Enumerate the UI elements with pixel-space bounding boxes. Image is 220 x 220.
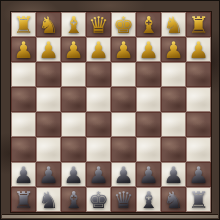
square-c2[interactable]: ♟	[61, 162, 86, 187]
square-h4[interactable]	[186, 112, 211, 137]
square-b4[interactable]	[36, 112, 61, 137]
square-e2[interactable]: ♟	[111, 162, 136, 187]
square-c5[interactable]	[61, 87, 86, 112]
square-d7[interactable]: ♟	[86, 37, 111, 62]
square-h6[interactable]	[186, 62, 211, 87]
square-c4[interactable]	[61, 112, 86, 137]
square-b5[interactable]	[36, 87, 61, 112]
square-a1[interactable]: ♜	[11, 187, 36, 212]
square-f1[interactable]: ♝	[136, 187, 161, 212]
silver-pawn-icon: ♟	[36, 162, 61, 187]
gold-pawn-icon: ♟	[61, 37, 86, 62]
square-c6[interactable]	[61, 62, 86, 87]
square-f6[interactable]	[136, 62, 161, 87]
square-g3[interactable]	[161, 137, 186, 162]
square-e7[interactable]: ♟	[111, 37, 136, 62]
square-d6[interactable]	[86, 62, 111, 87]
square-b7[interactable]: ♟	[36, 37, 61, 62]
square-h1[interactable]: ♜	[186, 187, 211, 212]
gold-pawn-icon: ♟	[186, 37, 211, 62]
square-f5[interactable]	[136, 87, 161, 112]
square-g1[interactable]: ♞	[161, 187, 186, 212]
square-e6[interactable]	[111, 62, 136, 87]
square-d5[interactable]	[86, 87, 111, 112]
square-h3[interactable]	[186, 137, 211, 162]
gold-pawn-icon: ♟	[11, 37, 36, 62]
gold-rook-icon: ♜	[11, 12, 36, 37]
square-g8[interactable]: ♞	[161, 12, 186, 37]
square-h7[interactable]: ♟	[186, 37, 211, 62]
square-c3[interactable]	[61, 137, 86, 162]
square-a4[interactable]	[11, 112, 36, 137]
square-a6[interactable]	[11, 62, 36, 87]
square-b6[interactable]	[36, 62, 61, 87]
square-d8[interactable]: ♛	[86, 12, 111, 37]
square-a2[interactable]: ♟	[11, 162, 36, 187]
silver-knight-icon: ♞	[36, 187, 61, 212]
square-e4[interactable]	[111, 112, 136, 137]
square-e1[interactable]: ♛	[111, 187, 136, 212]
gold-pawn-icon: ♟	[36, 37, 61, 62]
square-b1[interactable]: ♞	[36, 187, 61, 212]
silver-pawn-icon: ♟	[86, 162, 111, 187]
square-c1[interactable]: ♝	[61, 187, 86, 212]
square-e8[interactable]: ♚	[111, 12, 136, 37]
silver-pawn-icon: ♟	[161, 162, 186, 187]
silver-pawn-icon: ♟	[61, 162, 86, 187]
square-c7[interactable]: ♟	[61, 37, 86, 62]
gold-bishop-icon: ♝	[61, 12, 86, 37]
square-h8[interactable]: ♜	[186, 12, 211, 37]
gold-pawn-icon: ♟	[161, 37, 186, 62]
square-e5[interactable]	[111, 87, 136, 112]
silver-bishop-icon: ♝	[136, 187, 161, 212]
square-g6[interactable]	[161, 62, 186, 87]
silver-queen-icon: ♛	[111, 187, 136, 212]
square-f4[interactable]	[136, 112, 161, 137]
square-b3[interactable]	[36, 137, 61, 162]
silver-pawn-icon: ♟	[11, 162, 36, 187]
silver-pawn-icon: ♟	[186, 162, 211, 187]
square-a5[interactable]	[11, 87, 36, 112]
square-a3[interactable]	[11, 137, 36, 162]
gold-bishop-icon: ♝	[136, 12, 161, 37]
gold-queen-icon: ♛	[86, 12, 111, 37]
gold-king-icon: ♚	[111, 12, 136, 37]
square-d4[interactable]	[86, 112, 111, 137]
gold-knight-icon: ♞	[36, 12, 61, 37]
square-d3[interactable]	[86, 137, 111, 162]
square-f3[interactable]	[136, 137, 161, 162]
square-g5[interactable]	[161, 87, 186, 112]
square-c8[interactable]: ♝	[61, 12, 86, 37]
square-g2[interactable]: ♟	[161, 162, 186, 187]
square-g7[interactable]: ♟	[161, 37, 186, 62]
gold-rook-icon: ♜	[186, 12, 211, 37]
square-b2[interactable]: ♟	[36, 162, 61, 187]
square-f8[interactable]: ♝	[136, 12, 161, 37]
gold-knight-icon: ♞	[161, 12, 186, 37]
silver-rook-icon: ♜	[186, 187, 211, 212]
square-f7[interactable]: ♟	[136, 37, 161, 62]
square-g4[interactable]	[161, 112, 186, 137]
silver-rook-icon: ♜	[11, 187, 36, 212]
silver-bishop-icon: ♝	[61, 187, 86, 212]
square-b8[interactable]: ♞	[36, 12, 61, 37]
silver-pawn-icon: ♟	[111, 162, 136, 187]
square-d1[interactable]: ♚	[86, 187, 111, 212]
silver-king-icon: ♚	[86, 187, 111, 212]
square-a7[interactable]: ♟	[11, 37, 36, 62]
square-d2[interactable]: ♟	[86, 162, 111, 187]
silver-knight-icon: ♞	[161, 187, 186, 212]
square-h2[interactable]: ♟	[186, 162, 211, 187]
square-a8[interactable]: ♜	[11, 12, 36, 37]
square-e3[interactable]	[111, 137, 136, 162]
chess-board: ♜♞♝♛♚♝♞♜♟♟♟♟♟♟♟♟♟♟♟♟♟♟♟♟♜♞♝♚♛♝♞♜	[11, 12, 211, 212]
board-frame: ♜♞♝♛♚♝♞♜♟♟♟♟♟♟♟♟♟♟♟♟♟♟♟♟♜♞♝♚♛♝♞♜	[0, 0, 220, 220]
silver-pawn-icon: ♟	[136, 162, 161, 187]
square-f2[interactable]: ♟	[136, 162, 161, 187]
gold-pawn-icon: ♟	[111, 37, 136, 62]
square-h5[interactable]	[186, 87, 211, 112]
gold-pawn-icon: ♟	[86, 37, 111, 62]
gold-pawn-icon: ♟	[136, 37, 161, 62]
